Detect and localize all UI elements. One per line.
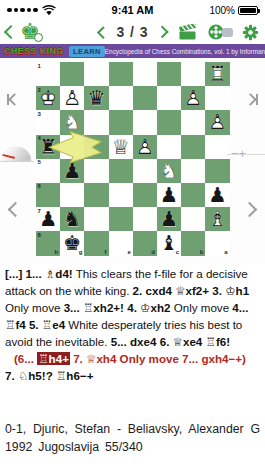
- square-h1[interactable]: 1: [36, 62, 60, 86]
- black-b-piece: ♝: [157, 231, 181, 255]
- white-k-piece: ♚♔: [36, 86, 60, 110]
- square-e1[interactable]: [109, 62, 133, 86]
- square-h6[interactable]: 6: [36, 183, 60, 207]
- square-a7[interactable]: ♝♗: [205, 207, 229, 231]
- evaluation-indicator: −+: [227, 144, 265, 162]
- black-p-piece: ♟: [157, 183, 181, 207]
- square-f2[interactable]: ♛: [84, 86, 108, 110]
- square-c5[interactable]: ♞♘: [157, 159, 181, 183]
- course-banner: CHESS KING LEARN Encyclopedia of Chess C…: [0, 44, 265, 58]
- white-b-piece: ♝♗: [205, 207, 229, 231]
- black-k-piece: ♚: [60, 231, 84, 255]
- white-p-piece: ♟♙: [205, 110, 229, 134]
- settings-gear-icon[interactable]: [242, 24, 259, 41]
- square-g6[interactable]: [60, 183, 84, 207]
- square-c1[interactable]: [157, 62, 181, 86]
- square-d8[interactable]: d: [133, 231, 157, 255]
- square-d3[interactable]: [133, 110, 157, 134]
- film-reel-toggle[interactable]: [208, 24, 233, 40]
- move-text: Only move: [174, 301, 233, 314]
- toggle-handle: [222, 28, 233, 37]
- file-label: b: [200, 249, 204, 255]
- annotation-main-line[interactable]: [...] 1... ♗d4! This clears the f-file f…: [5, 265, 260, 350]
- black-p-piece: ♟: [60, 159, 84, 183]
- square-d1[interactable]: [133, 62, 157, 86]
- white-n-piece: ♞♘: [60, 110, 84, 134]
- square-b3[interactable]: [181, 110, 205, 134]
- white-q-piece: ♛♕: [109, 135, 133, 159]
- square-c8[interactable]: c♝: [157, 231, 181, 255]
- square-h7[interactable]: 7♟: [36, 207, 60, 231]
- rank-label: 5: [38, 159, 41, 165]
- square-b4[interactable]: [181, 135, 205, 159]
- battery-percent: 100%: [209, 5, 235, 16]
- square-f6[interactable]: [84, 183, 108, 207]
- white-p-piece: ♟♙: [60, 86, 84, 110]
- current-move-highlight[interactable]: ♖h4+: [37, 352, 70, 365]
- file-label: f: [105, 249, 107, 255]
- square-a3[interactable]: ♟♙: [205, 110, 229, 134]
- square-e4[interactable]: ♛♕: [109, 135, 133, 159]
- white-n-piece: ♞♘: [157, 159, 181, 183]
- rank-label: 3: [38, 111, 41, 117]
- square-b2[interactable]: ♟♙: [181, 86, 205, 110]
- square-c2[interactable]: [157, 86, 181, 110]
- square-e3[interactable]: [109, 110, 133, 134]
- square-g5[interactable]: ♟: [60, 159, 84, 183]
- battery-icon: [238, 6, 258, 15]
- next-page-chevron-icon[interactable]: [156, 26, 168, 38]
- white-p-piece: ♟♙: [181, 86, 205, 110]
- square-g3[interactable]: ♞♘: [60, 110, 84, 134]
- square-e6[interactable]: [109, 183, 133, 207]
- black-r-piece: ♜: [36, 135, 60, 159]
- square-d7[interactable]: [133, 207, 157, 231]
- board-section: 1♜♖2♚♔♟♙♛♟♙3♞♘♟♙4♜♛♕♟♙5♟♞♘6♟♟7♟♞♟♝♗8hg♚f…: [0, 58, 265, 264]
- white-r-piece: ♜♖: [205, 62, 229, 86]
- black-p-piece: ♟: [36, 207, 60, 231]
- square-a1[interactable]: ♜♖: [205, 62, 229, 86]
- square-a2[interactable]: [205, 86, 229, 110]
- move-text[interactable]: 2. cxd4 ♕xf2+ 3. ♔h1: [133, 284, 250, 297]
- file-label: e: [127, 249, 130, 255]
- move-text[interactable]: [...] 1... ♗d4!: [5, 267, 73, 280]
- rank-label: 8: [38, 232, 41, 238]
- square-c4[interactable]: [157, 135, 181, 159]
- prev-page-chevron-icon[interactable]: [97, 26, 109, 38]
- square-f7[interactable]: [84, 207, 108, 231]
- black-p-piece: ♟: [205, 183, 229, 207]
- square-a8[interactable]: a: [205, 231, 229, 255]
- movie-clapper-icon[interactable]: [179, 24, 199, 40]
- prev-move-button[interactable]: [10, 204, 21, 215]
- evaluation-text: −+: [231, 146, 246, 161]
- move-text[interactable]: 5... dxe4 6. ♕xe4 ♖f6!: [111, 335, 230, 348]
- rank-label: 6: [38, 183, 41, 189]
- square-f3[interactable]: [84, 110, 108, 134]
- square-b8[interactable]: b: [181, 231, 205, 255]
- status-bar: 9:41 AM 100%: [0, 0, 265, 20]
- square-c6[interactable]: ♟: [157, 183, 181, 207]
- square-a5[interactable]: [205, 159, 229, 183]
- brand-logo: CHESS KING: [4, 46, 64, 56]
- move-text[interactable]: 7. ♕xh4 Only move 7... gxh4−+): [70, 352, 246, 365]
- file-label: a: [224, 249, 227, 255]
- square-b7[interactable]: [181, 207, 205, 231]
- square-e5[interactable]: [109, 159, 133, 183]
- annotation-variation[interactable]: (6... ♖h4+ 7. ♕xh4 Only move 7... gxh4−+…: [14, 350, 260, 367]
- square-c3[interactable]: [157, 110, 181, 134]
- square-h3[interactable]: 3: [36, 110, 60, 134]
- file-label: d: [151, 249, 155, 255]
- square-e8[interactable]: e: [109, 231, 133, 255]
- square-d6[interactable]: [133, 183, 157, 207]
- square-a4[interactable]: [205, 135, 229, 159]
- move-text: Only move: [5, 301, 64, 314]
- square-g7[interactable]: ♞: [60, 207, 84, 231]
- file-label: h: [55, 249, 59, 255]
- game-info: 0-1, Djuric, Stefan - Beliavsky, Alexand…: [0, 420, 265, 456]
- square-b5[interactable]: [181, 159, 205, 183]
- black-q-piece: ♛: [84, 86, 108, 110]
- black-n-piece: ♞: [60, 207, 84, 231]
- square-b1[interactable]: [181, 62, 205, 86]
- nav-bar: ♚ 3 / 3: [0, 20, 265, 44]
- square-d4[interactable]: ♟♙: [133, 135, 157, 159]
- square-h4[interactable]: 4♜: [36, 135, 60, 159]
- square-e2[interactable]: [109, 86, 133, 110]
- square-g4[interactable]: [60, 135, 84, 159]
- square-g8[interactable]: g♚: [60, 231, 84, 255]
- square-e7[interactable]: [109, 207, 133, 231]
- square-h5[interactable]: 5: [36, 159, 60, 183]
- square-h8[interactable]: 8h: [36, 231, 60, 255]
- square-c7[interactable]: ♟: [157, 207, 181, 231]
- square-f5[interactable]: [84, 159, 108, 183]
- square-f8[interactable]: f: [84, 231, 108, 255]
- evaluation-gauge: [0, 144, 34, 162]
- square-b6[interactable]: [181, 183, 205, 207]
- square-g2[interactable]: ♟♙: [60, 86, 84, 110]
- square-d2[interactable]: [133, 86, 157, 110]
- white-p-piece: ♟♙: [133, 135, 157, 159]
- square-f4[interactable]: [84, 135, 108, 159]
- move-annotation: [...] 1... ♗d4! This clears the f-file f…: [0, 264, 265, 384]
- square-a6[interactable]: ♟: [205, 183, 229, 207]
- move-text[interactable]: 7. ♘h5!? ♖h6−+: [5, 369, 93, 382]
- move-text[interactable]: 3... ♖xh2+! 4. ♔xh2: [64, 301, 174, 314]
- next-move-button[interactable]: [244, 204, 255, 215]
- square-h2[interactable]: 2♚♔: [36, 86, 60, 110]
- black-p-piece: ♟: [157, 207, 181, 231]
- go-to-start-button[interactable]: [7, 94, 19, 105]
- move-text[interactable]: (6...: [14, 352, 37, 365]
- go-to-end-button[interactable]: [246, 94, 258, 105]
- chess-board: 1♜♖2♚♔♟♙♛♟♙3♞♘♟♙4♜♛♕♟♙5♟♞♘6♟♟7♟♞♟♝♗8hg♚f…: [36, 62, 230, 256]
- page-indicator: 3 / 3: [116, 24, 148, 40]
- learn-badge: LEARN: [69, 46, 105, 57]
- rank-label: 1: [38, 63, 41, 69]
- square-d5[interactable]: [133, 159, 157, 183]
- course-title: Encyclopedia of Chess Combinations, vol.…: [105, 48, 265, 55]
- square-g1[interactable]: [60, 62, 84, 86]
- annotation-followup[interactable]: 7. ♘h5!? ♖h6−+: [5, 367, 260, 384]
- app-screen: 9:41 AM 100% ♚ 3 / 3: [0, 0, 265, 471]
- square-f1[interactable]: [84, 62, 108, 86]
